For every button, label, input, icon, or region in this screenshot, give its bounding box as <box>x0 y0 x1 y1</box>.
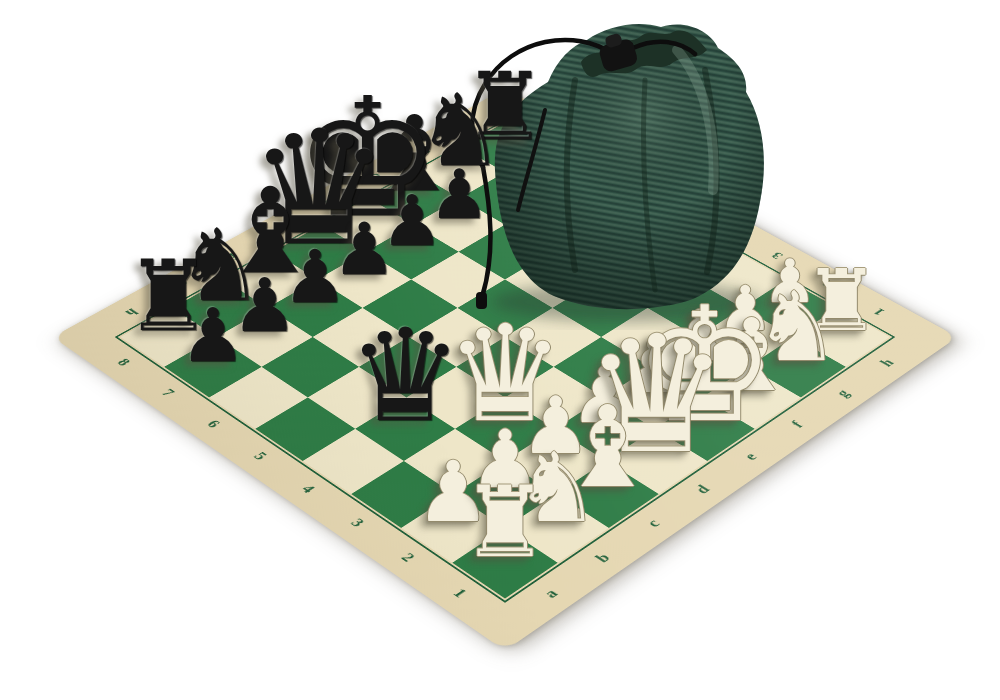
coordinate-label: c <box>643 517 662 529</box>
coordinate-label: 5 <box>250 450 269 462</box>
coordinate-label: g <box>174 278 191 289</box>
coordinate-label: a <box>540 586 560 600</box>
coordinate-label: 7 <box>158 387 177 399</box>
coordinate-label: d <box>321 197 338 207</box>
coordinate-label: e <box>741 450 760 462</box>
coordinate-label: 6 <box>204 418 223 430</box>
coordinate-label: 4 <box>298 483 318 496</box>
coordinate-label: e <box>274 224 290 234</box>
coordinate-label: b <box>592 551 613 565</box>
drawstring-bag <box>455 10 785 330</box>
coordinate-label: g <box>833 387 852 399</box>
coordinate-label: h <box>122 307 140 318</box>
coordinate-label: c <box>369 171 385 180</box>
cord-aglet <box>476 292 487 309</box>
coordinate-label: b <box>414 146 431 156</box>
coordinate-label: 3 <box>347 516 367 529</box>
coordinate-label: 1 <box>450 586 470 600</box>
coordinate-label: d <box>692 483 712 496</box>
coordinate-label: h <box>877 357 896 369</box>
product-photo-stage: aa11bb22cc33dd44ee55ff66gg77hh88 <box>0 0 1000 700</box>
coordinate-label: f <box>788 419 805 430</box>
coordinate-label: f <box>226 251 241 260</box>
drawstring-cord <box>482 167 490 297</box>
coordinate-label: 1 <box>870 307 887 318</box>
coordinate-label: 2 <box>819 278 836 289</box>
coordinate-label: 8 <box>114 357 133 368</box>
coordinate-label: 2 <box>398 551 418 564</box>
